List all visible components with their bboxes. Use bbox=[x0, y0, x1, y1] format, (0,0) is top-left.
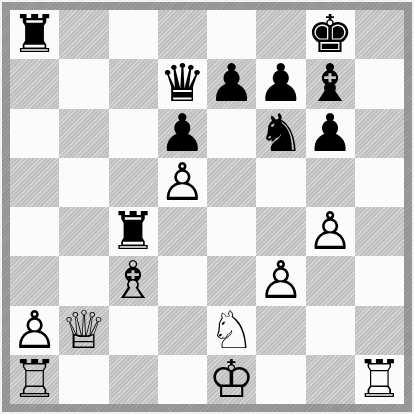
square-e7[interactable]: ♟ bbox=[207, 59, 256, 108]
square-f6[interactable]: ♞ bbox=[256, 109, 305, 158]
square-b3[interactable] bbox=[59, 256, 108, 305]
square-e3[interactable] bbox=[207, 256, 256, 305]
square-a7[interactable] bbox=[10, 59, 59, 108]
black-pawn-icon: ♟ bbox=[258, 59, 305, 108]
square-g2[interactable] bbox=[306, 306, 355, 355]
square-h5[interactable] bbox=[355, 158, 404, 207]
square-a8[interactable]: ♜ bbox=[10, 10, 59, 59]
square-f1[interactable] bbox=[256, 355, 305, 404]
square-d5[interactable]: ♙ bbox=[158, 158, 207, 207]
square-a2[interactable]: ♙ bbox=[10, 306, 59, 355]
square-c1[interactable] bbox=[109, 355, 158, 404]
white-pawn-icon: ♙ bbox=[307, 207, 354, 256]
black-pawn-icon: ♟ bbox=[159, 109, 206, 158]
square-f4[interactable] bbox=[256, 207, 305, 256]
square-d6[interactable]: ♟ bbox=[158, 109, 207, 158]
square-d4[interactable] bbox=[158, 207, 207, 256]
square-e6[interactable] bbox=[207, 109, 256, 158]
square-b8[interactable] bbox=[59, 10, 108, 59]
square-f5[interactable] bbox=[256, 158, 305, 207]
square-f3[interactable]: ♙ bbox=[256, 256, 305, 305]
black-queen-icon: ♛ bbox=[159, 59, 206, 108]
chess-board: ♜♚♛♟♟♝♟♞♟♙♜♙♗♙♙♕♘♖♔♖ bbox=[10, 10, 404, 404]
square-a6[interactable] bbox=[10, 109, 59, 158]
square-g6[interactable]: ♟ bbox=[306, 109, 355, 158]
square-g5[interactable] bbox=[306, 158, 355, 207]
square-g1[interactable] bbox=[306, 355, 355, 404]
square-b5[interactable] bbox=[59, 158, 108, 207]
square-g8[interactable]: ♚ bbox=[306, 10, 355, 59]
square-h3[interactable] bbox=[355, 256, 404, 305]
square-d1[interactable] bbox=[158, 355, 207, 404]
square-b6[interactable] bbox=[59, 109, 108, 158]
square-c7[interactable] bbox=[109, 59, 158, 108]
white-rook-icon: ♖ bbox=[356, 355, 403, 404]
black-pawn-icon: ♟ bbox=[307, 109, 354, 158]
square-c6[interactable] bbox=[109, 109, 158, 158]
square-h4[interactable] bbox=[355, 207, 404, 256]
square-f8[interactable] bbox=[256, 10, 305, 59]
white-bishop-icon: ♗ bbox=[110, 256, 157, 305]
square-a4[interactable] bbox=[10, 207, 59, 256]
black-pawn-icon: ♟ bbox=[208, 59, 255, 108]
board-frame: ♜♚♛♟♟♝♟♞♟♙♜♙♗♙♙♕♘♖♔♖ bbox=[2, 2, 412, 412]
square-c2[interactable] bbox=[109, 306, 158, 355]
square-h6[interactable] bbox=[355, 109, 404, 158]
square-c5[interactable] bbox=[109, 158, 158, 207]
square-b2[interactable]: ♕ bbox=[59, 306, 108, 355]
square-c3[interactable]: ♗ bbox=[109, 256, 158, 305]
square-e5[interactable] bbox=[207, 158, 256, 207]
white-pawn-icon: ♙ bbox=[258, 256, 305, 305]
square-d3[interactable] bbox=[158, 256, 207, 305]
black-king-icon: ♚ bbox=[307, 10, 354, 59]
square-d7[interactable]: ♛ bbox=[158, 59, 207, 108]
square-g7[interactable]: ♝ bbox=[306, 59, 355, 108]
square-d8[interactable] bbox=[158, 10, 207, 59]
square-d2[interactable] bbox=[158, 306, 207, 355]
square-e4[interactable] bbox=[207, 207, 256, 256]
square-b7[interactable] bbox=[59, 59, 108, 108]
black-rook-icon: ♜ bbox=[110, 207, 157, 256]
square-b1[interactable] bbox=[59, 355, 108, 404]
white-knight-icon: ♘ bbox=[208, 306, 255, 355]
white-rook-icon: ♖ bbox=[11, 355, 58, 404]
square-h2[interactable] bbox=[355, 306, 404, 355]
square-a1[interactable]: ♖ bbox=[10, 355, 59, 404]
square-f7[interactable]: ♟ bbox=[256, 59, 305, 108]
black-rook-icon: ♜ bbox=[11, 10, 58, 59]
square-h7[interactable] bbox=[355, 59, 404, 108]
chess-diagram: ♜♚♛♟♟♝♟♞♟♙♜♙♗♙♙♕♘♖♔♖ bbox=[0, 0, 414, 414]
white-pawn-icon: ♙ bbox=[11, 306, 58, 355]
square-c4[interactable]: ♜ bbox=[109, 207, 158, 256]
square-b4[interactable] bbox=[59, 207, 108, 256]
white-pawn-icon: ♙ bbox=[159, 158, 206, 207]
square-f2[interactable] bbox=[256, 306, 305, 355]
square-a5[interactable] bbox=[10, 158, 59, 207]
square-a3[interactable] bbox=[10, 256, 59, 305]
white-queen-icon: ♕ bbox=[61, 306, 108, 355]
black-bishop-icon: ♝ bbox=[307, 59, 354, 108]
square-e1[interactable]: ♔ bbox=[207, 355, 256, 404]
square-h8[interactable] bbox=[355, 10, 404, 59]
square-c8[interactable] bbox=[109, 10, 158, 59]
square-e8[interactable] bbox=[207, 10, 256, 59]
black-knight-icon: ♞ bbox=[258, 109, 305, 158]
square-g4[interactable]: ♙ bbox=[306, 207, 355, 256]
square-h1[interactable]: ♖ bbox=[355, 355, 404, 404]
square-e2[interactable]: ♘ bbox=[207, 306, 256, 355]
square-g3[interactable] bbox=[306, 256, 355, 305]
white-king-icon: ♔ bbox=[208, 355, 255, 404]
